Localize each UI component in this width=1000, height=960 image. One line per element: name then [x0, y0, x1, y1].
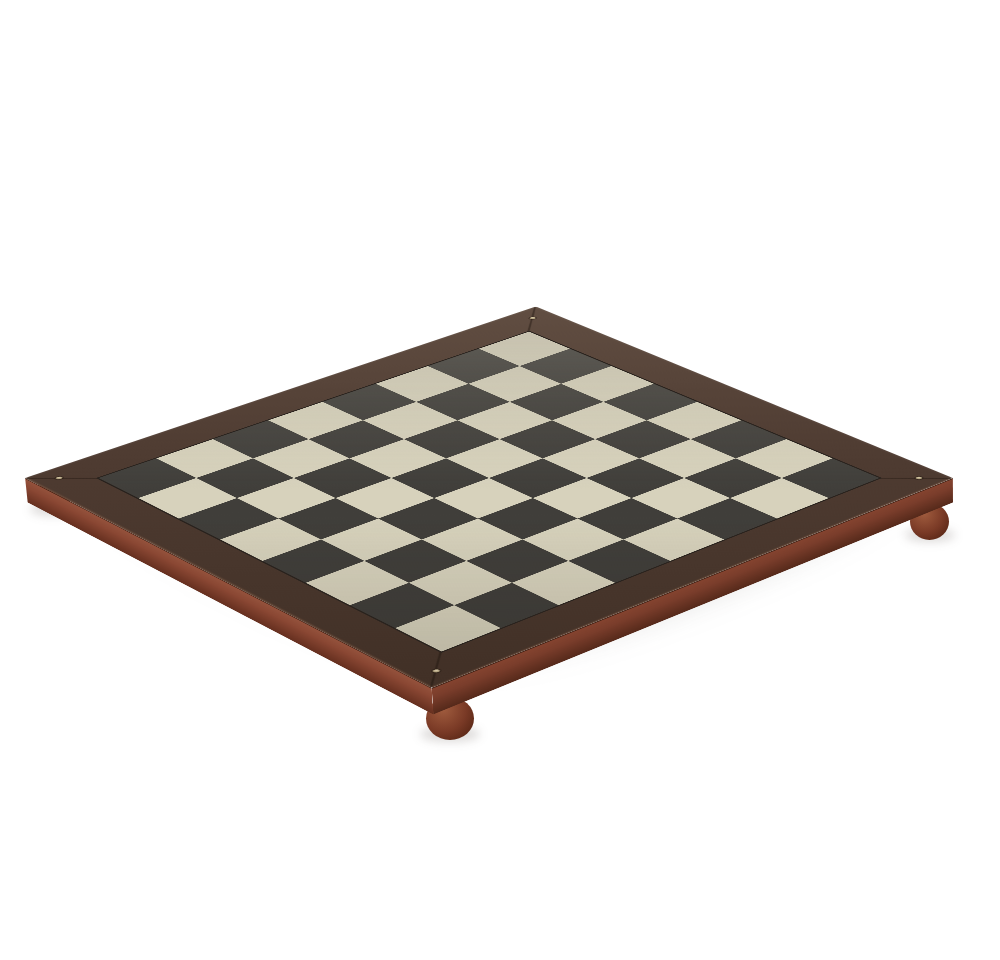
- square-e2: [321, 519, 422, 561]
- square-g4: [523, 519, 624, 561]
- square-f5: [533, 478, 632, 519]
- product-photo-background: [0, 0, 1000, 960]
- square-h4: [568, 539, 670, 582]
- square-e4: [434, 478, 533, 519]
- square-h3: [512, 561, 615, 605]
- chessboard: [25, 307, 953, 688]
- square-e3: [378, 498, 478, 539]
- square-d2: [279, 498, 379, 539]
- square-f3: [422, 519, 523, 561]
- square-f1: [306, 561, 409, 605]
- frame-miter-seam: [430, 651, 442, 688]
- square-e1: [263, 539, 365, 582]
- square-h7: [730, 478, 829, 519]
- frame-screw: [915, 476, 923, 479]
- square-g6: [631, 478, 730, 519]
- board-frame: [25, 307, 953, 688]
- square-h2: [454, 583, 558, 628]
- frame-screw: [55, 476, 63, 479]
- frame-screw: [432, 669, 441, 673]
- square-h1: [395, 605, 500, 651]
- square-c2: [237, 478, 336, 519]
- scene: [0, 0, 1000, 960]
- playing-area: [99, 332, 880, 652]
- frame-miter-seam: [527, 307, 536, 332]
- frame-miter-seam: [25, 478, 99, 479]
- square-f2: [364, 539, 466, 582]
- squares-grid: [99, 332, 880, 652]
- square-c1: [179, 498, 279, 539]
- square-h5: [623, 519, 724, 561]
- frame-miter-seam: [877, 478, 951, 479]
- square-g3: [466, 539, 568, 582]
- square-g5: [578, 498, 678, 539]
- square-g2: [409, 561, 512, 605]
- square-d1: [220, 519, 321, 561]
- square-g1: [350, 583, 454, 628]
- square-f4: [478, 498, 578, 539]
- square-b1: [138, 478, 237, 519]
- square-d3: [336, 478, 435, 519]
- square-h6: [677, 498, 777, 539]
